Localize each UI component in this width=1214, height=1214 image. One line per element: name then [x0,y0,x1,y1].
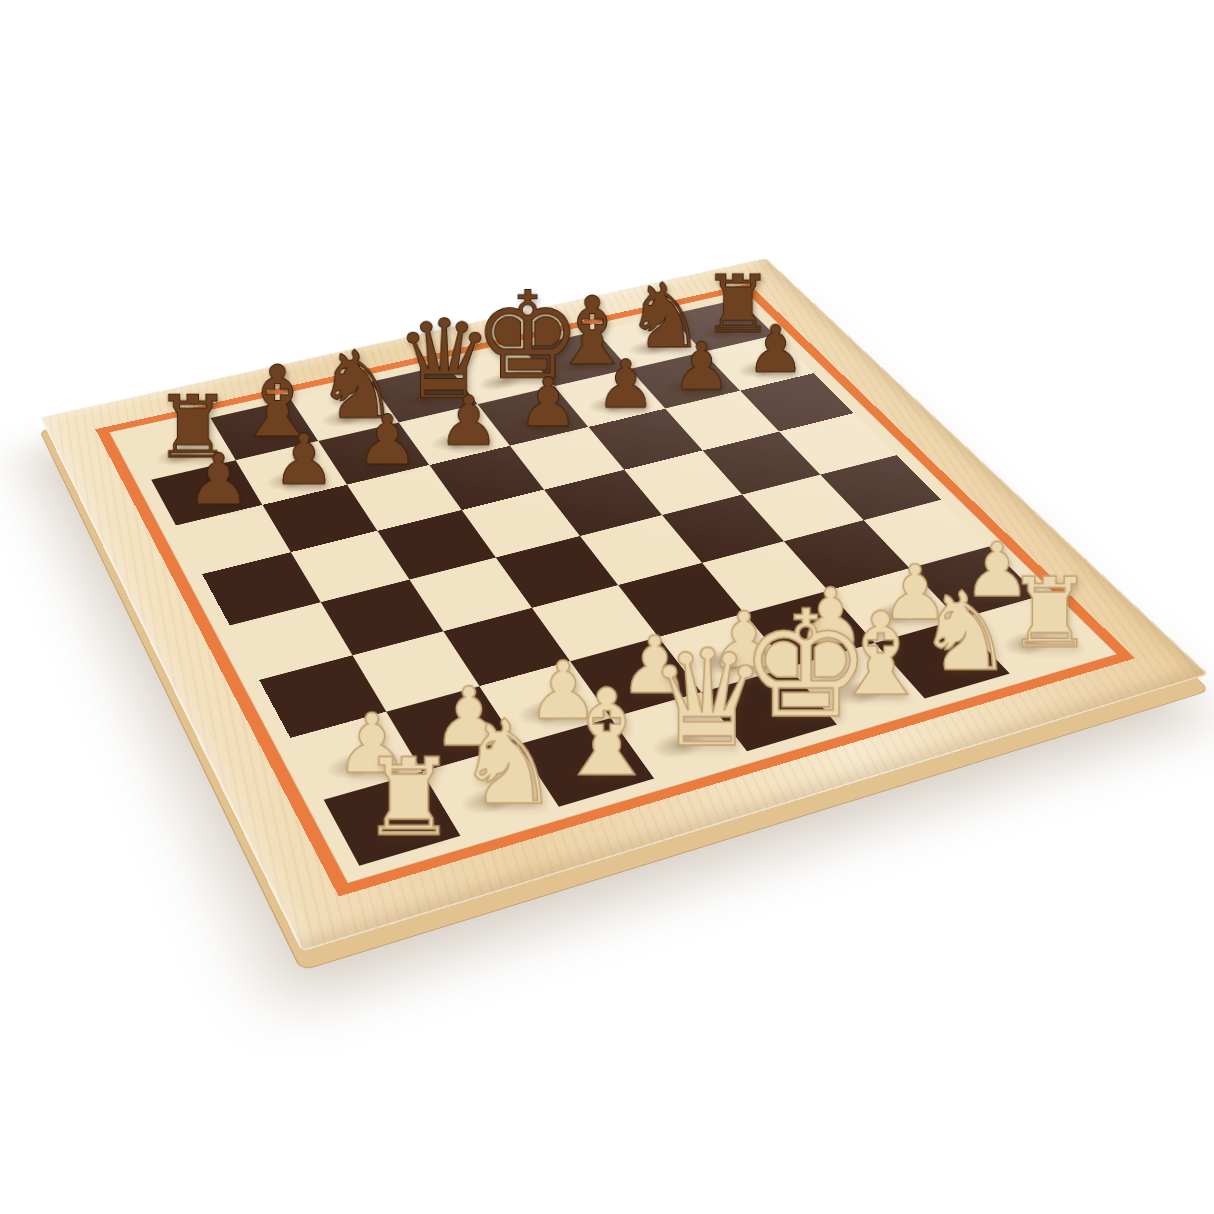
piece-black-pawn[interactable]: ♟ [425,389,512,454]
piece-white-bishop[interactable]: ♝ [553,676,658,790]
piece-white-queen[interactable]: ♛ [648,635,751,762]
piece-black-pawn[interactable]: ♟ [260,426,349,493]
piece-black-pawn[interactable]: ♟ [734,318,817,380]
board-grid: ♜♝♞♛♚♝♞♜♟♟♟♟♟♟♟♟♟♟♟♟♟♟♟♟♜♞♝♛♚♝♞♜ [128,299,1093,866]
piece-white-knight[interactable]: ♞ [455,708,561,819]
piece-white-rook[interactable]: ♜ [1001,567,1099,659]
piece-black-pawn[interactable]: ♟ [660,335,744,398]
product-photo: ♜♝♞♛♚♝♞♜♟♟♟♟♟♟♟♟♟♟♟♟♟♟♟♟♜♞♝♛♚♝♞♜ [0,0,1214,1214]
board-sheet-with-accent-line: ♜♝♞♛♚♝♞♜♟♟♟♟♟♟♟♟♟♟♟♟♟♟♟♟♜♞♝♛♚♝♞♜ [95,284,1135,897]
piece-black-pawn[interactable]: ♟ [583,353,668,417]
piece-black-pawn[interactable]: ♟ [174,446,264,513]
piece-black-pawn[interactable]: ♟ [505,370,591,434]
chess-board: ♜♝♞♛♚♝♞♜♟♟♟♟♟♟♟♟♟♟♟♟♟♟♟♟♜♞♝♛♚♝♞♜ [40,258,1209,952]
piece-white-rook[interactable]: ♜ [355,747,463,848]
piece-black-pawn[interactable]: ♟ [344,407,432,473]
board-frame: ♜♝♞♛♚♝♞♜♟♟♟♟♟♟♟♟♟♟♟♟♟♟♟♟♜♞♝♛♚♝♞♜ [40,258,1209,952]
